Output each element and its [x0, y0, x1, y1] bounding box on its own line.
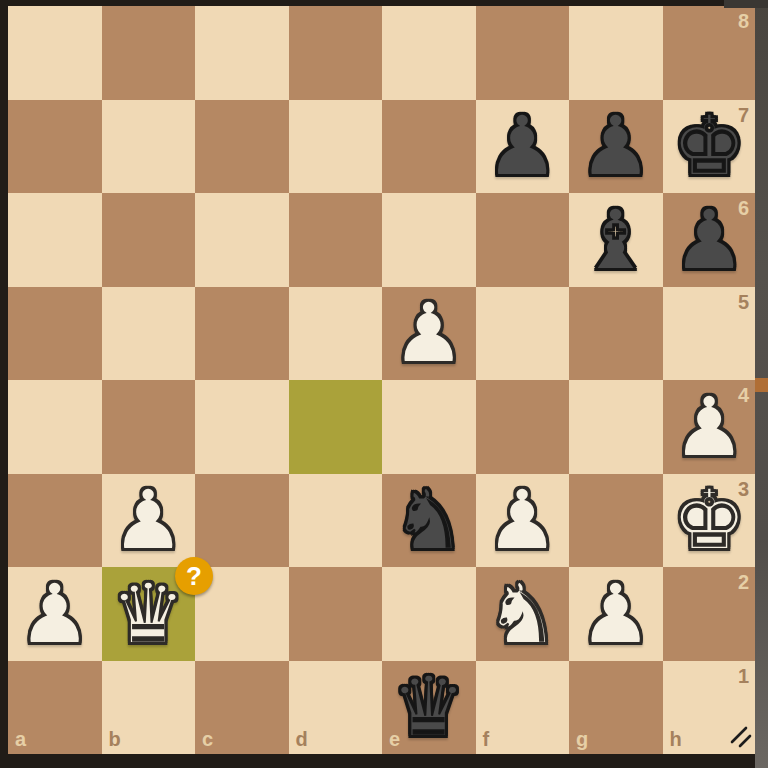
square-a3[interactable] [8, 474, 102, 568]
page-background: { "game": "chess", "position": { "fen": … [0, 0, 768, 768]
square-d7[interactable] [289, 100, 383, 194]
square-c3[interactable] [195, 474, 289, 568]
square-b5[interactable] [102, 287, 196, 381]
rank-label-5: 5 [738, 292, 749, 312]
board-resize-handle-icon[interactable] [729, 725, 753, 749]
rank-label-8: 8 [738, 11, 749, 31]
square-e3[interactable]: ♞ [382, 474, 476, 568]
black-pawn[interactable]: ♟ [569, 100, 663, 194]
file-label-c: c [202, 729, 213, 749]
square-c2[interactable] [195, 567, 289, 661]
white-pawn[interactable]: ♟ [8, 567, 102, 661]
white-pawn[interactable]: ♟ [382, 287, 476, 381]
square-d1[interactable]: d [289, 661, 383, 755]
square-e1[interactable]: e♛ [382, 661, 476, 755]
square-h6[interactable]: 6♟ [663, 193, 757, 287]
black-king[interactable]: ♚ [663, 100, 757, 194]
square-a7[interactable] [8, 100, 102, 194]
square-b6[interactable] [102, 193, 196, 287]
black-bishop[interactable]: ♝ [569, 193, 663, 287]
white-queen[interactable]: ♛ [102, 567, 196, 661]
square-h5[interactable]: 5 [663, 287, 757, 381]
square-c6[interactable] [195, 193, 289, 287]
scroll-marker [755, 378, 768, 392]
square-f2[interactable]: ♞ [476, 567, 570, 661]
square-f7[interactable]: ♟ [476, 100, 570, 194]
square-d2[interactable] [289, 567, 383, 661]
square-h8[interactable]: 8 [663, 6, 757, 100]
square-g6[interactable]: ♝ [569, 193, 663, 287]
black-queen[interactable]: ♛ [382, 661, 476, 755]
square-a5[interactable] [8, 287, 102, 381]
square-f4[interactable] [476, 380, 570, 474]
file-label-d: d [296, 729, 308, 749]
square-b7[interactable] [102, 100, 196, 194]
black-pawn[interactable]: ♟ [663, 193, 757, 287]
square-d6[interactable] [289, 193, 383, 287]
square-b3[interactable]: ♟ [102, 474, 196, 568]
square-a6[interactable] [8, 193, 102, 287]
square-e6[interactable] [382, 193, 476, 287]
square-h3[interactable]: 3♚ [663, 474, 757, 568]
rank-label-1: 1 [738, 666, 749, 686]
square-g8[interactable] [569, 6, 663, 100]
square-g5[interactable] [569, 287, 663, 381]
white-knight[interactable]: ♞ [476, 567, 570, 661]
white-pawn[interactable]: ♟ [663, 380, 757, 474]
square-e5[interactable]: ♟ [382, 287, 476, 381]
square-f5[interactable] [476, 287, 570, 381]
square-c1[interactable]: c [195, 661, 289, 755]
square-d8[interactable] [289, 6, 383, 100]
square-c7[interactable] [195, 100, 289, 194]
square-g7[interactable]: ♟ [569, 100, 663, 194]
square-f8[interactable] [476, 6, 570, 100]
square-g4[interactable] [569, 380, 663, 474]
square-e2[interactable] [382, 567, 476, 661]
square-b2[interactable]: ♛ [102, 567, 196, 661]
white-pawn[interactable]: ♟ [569, 567, 663, 661]
square-a1[interactable]: a [8, 661, 102, 755]
window-edge-cap [724, 0, 768, 8]
square-b4[interactable] [102, 380, 196, 474]
square-b1[interactable]: b [102, 661, 196, 755]
square-d4[interactable] [289, 380, 383, 474]
square-b8[interactable] [102, 6, 196, 100]
file-label-f: f [483, 729, 490, 749]
black-pawn[interactable]: ♟ [476, 100, 570, 194]
square-d5[interactable] [289, 287, 383, 381]
square-e7[interactable] [382, 100, 476, 194]
square-d3[interactable] [289, 474, 383, 568]
square-c4[interactable] [195, 380, 289, 474]
square-a4[interactable] [8, 380, 102, 474]
square-f6[interactable] [476, 193, 570, 287]
white-pawn[interactable]: ♟ [476, 474, 570, 568]
square-a2[interactable]: ♟ [8, 567, 102, 661]
black-knight[interactable]: ♞ [382, 474, 476, 568]
square-h7[interactable]: 7♚ [663, 100, 757, 194]
rank-label-2: 2 [738, 572, 749, 592]
square-f1[interactable]: f [476, 661, 570, 755]
white-king[interactable]: ♚ [663, 474, 757, 568]
square-e4[interactable] [382, 380, 476, 474]
square-h2[interactable]: 2 [663, 567, 757, 661]
square-c8[interactable] [195, 6, 289, 100]
square-g2[interactable]: ♟ [569, 567, 663, 661]
file-label-g: g [576, 729, 588, 749]
square-f3[interactable]: ♟ [476, 474, 570, 568]
file-label-h: h [670, 729, 682, 749]
file-label-b: b [109, 729, 121, 749]
chess-board: 8♟♟7♚♝6♟♟54♟♟♞♟3♚♟♛♞♟2abcde♛fgh1 [8, 6, 756, 754]
square-c5[interactable] [195, 287, 289, 381]
square-h4[interactable]: 4♟ [663, 380, 757, 474]
white-pawn[interactable]: ♟ [102, 474, 196, 568]
square-g1[interactable]: g [569, 661, 663, 755]
square-a8[interactable] [8, 6, 102, 100]
square-e8[interactable] [382, 6, 476, 100]
square-g3[interactable] [569, 474, 663, 568]
file-label-a: a [15, 729, 26, 749]
